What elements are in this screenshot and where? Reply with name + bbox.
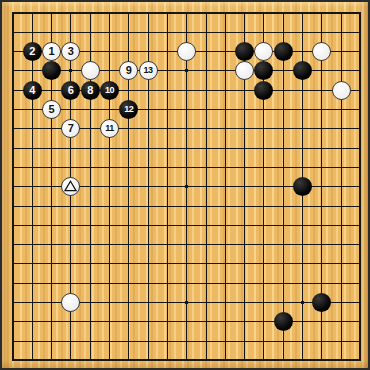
- white-stone-move-11: 11: [100, 119, 119, 138]
- move-number: 10: [105, 86, 114, 95]
- white-stone: [312, 42, 331, 61]
- move-number: 13: [144, 66, 153, 75]
- white-stone-move-1: 1: [42, 42, 61, 61]
- move-number: 2: [29, 46, 35, 57]
- white-stone-move-5: 5: [42, 100, 61, 119]
- move-number: 6: [68, 85, 74, 96]
- white-stone-move-13: 13: [139, 61, 158, 80]
- go-board[interactable]: 12345678910111213: [0, 0, 370, 370]
- black-stone: [274, 312, 293, 331]
- move-number: 3: [68, 46, 74, 57]
- black-stone: [312, 293, 331, 312]
- black-stone: [235, 42, 254, 61]
- white-stone: [81, 61, 100, 80]
- white-stone-move-9: 9: [119, 61, 138, 80]
- black-stone-move-2: 2: [23, 42, 42, 61]
- white-stone: [61, 293, 80, 312]
- black-stone-move-4: 4: [23, 81, 42, 100]
- move-number: 1: [49, 46, 55, 57]
- move-number: 11: [105, 124, 114, 133]
- black-stone-move-12: 12: [119, 100, 138, 119]
- move-number: 5: [49, 104, 55, 115]
- move-number: 4: [29, 85, 35, 96]
- black-stone-move-6: 6: [61, 81, 80, 100]
- black-stone: [293, 61, 312, 80]
- white-stone-move-3: 3: [61, 42, 80, 61]
- black-stone: [293, 177, 312, 196]
- move-number: 12: [124, 105, 133, 114]
- stones-layer: 12345678910111213: [2, 2, 368, 368]
- white-stone: [235, 61, 254, 80]
- white-stone-move-7: 7: [61, 119, 80, 138]
- white-stone: [254, 42, 273, 61]
- move-number: 7: [68, 123, 74, 134]
- black-stone: [274, 42, 293, 61]
- move-number: 9: [126, 65, 132, 76]
- triangle-marker-icon: [62, 178, 79, 195]
- black-stone-move-8: 8: [81, 81, 100, 100]
- black-stone-move-10: 10: [100, 81, 119, 100]
- triangle-marked-white-stone: [61, 177, 80, 196]
- move-number: 8: [87, 85, 93, 96]
- black-stone: [254, 81, 273, 100]
- black-stone: [254, 61, 273, 80]
- white-stone: [332, 81, 351, 100]
- white-stone: [177, 42, 196, 61]
- black-stone: [42, 61, 61, 80]
